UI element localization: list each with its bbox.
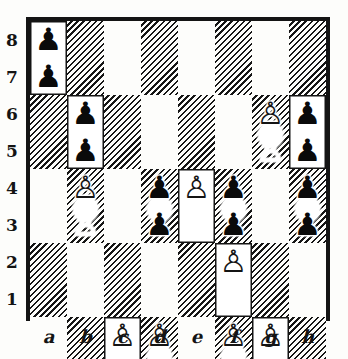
square-b3[interactable] [67,243,104,317]
black-pawn: ♟ [141,169,178,243]
rank-labels: 87654321 [1,21,23,317]
square-e6[interactable] [178,21,215,95]
file-label-h: h [289,326,326,354]
rank-label-1: 1 [1,280,23,317]
file-label-d: d [141,326,178,354]
square-e5[interactable] [178,95,215,169]
square-g5[interactable]: ♙ [252,95,289,169]
rank-label-5: 5 [1,132,23,169]
chess-diagram-page: 87654321 ♟♟♙♟♙♟♙♟♟♙♙♙♙♙ abcdefgh [0,0,348,359]
black-pawn: ♟ [289,169,326,243]
black-pawn: ♟ [30,21,67,95]
white-pawn: ♙ [67,169,104,243]
rank-label-6: 6 [1,95,23,132]
square-a6[interactable]: ♟ [30,21,67,95]
square-b6[interactable] [67,21,104,95]
square-c5[interactable] [104,95,141,169]
square-d3[interactable] [141,243,178,317]
square-e3[interactable] [178,243,215,317]
square-f3[interactable]: ♙ [215,243,252,317]
square-b5[interactable]: ♟ [67,95,104,169]
square-d4[interactable]: ♟ [141,169,178,243]
white-pawn: ♙ [215,243,252,317]
file-label-e: e [178,326,215,354]
square-h5[interactable]: ♟ [289,95,326,169]
file-label-g: g [252,326,289,354]
rank-label-2: 2 [1,243,23,280]
square-h3[interactable] [289,243,326,317]
file-label-b: b [67,326,104,354]
file-label-a: a [30,326,67,354]
black-pawn: ♟ [67,95,104,169]
square-h4[interactable]: ♟ [289,169,326,243]
square-g6[interactable] [252,21,289,95]
file-label-c: c [104,326,141,354]
square-f4[interactable]: ♟ [215,169,252,243]
black-pawn: ♟ [289,95,326,169]
square-c3[interactable] [104,243,141,317]
chess-board: ♟♟♙♟♙♟♙♟♟♙♙♙♙♙ [26,17,330,321]
square-d6[interactable] [141,21,178,95]
file-label-f: f [215,326,252,354]
square-a5[interactable] [30,95,67,169]
rank-label-3: 3 [1,206,23,243]
square-d5[interactable] [141,95,178,169]
white-pawn: ♙ [252,95,289,169]
rank-label-7: 7 [1,58,23,95]
square-a4[interactable] [30,169,67,243]
square-g3[interactable] [252,243,289,317]
square-e4[interactable]: ♙ [178,169,215,243]
rank-label-4: 4 [1,169,23,206]
square-f5[interactable] [215,95,252,169]
file-labels: abcdefgh [30,326,326,354]
black-pawn: ♟ [215,169,252,243]
square-h6[interactable] [289,21,326,95]
square-c4[interactable] [104,169,141,243]
square-a3[interactable] [30,243,67,317]
square-g4[interactable] [252,169,289,243]
white-pawn: ♙ [178,169,215,243]
square-b4[interactable]: ♙ [67,169,104,243]
square-c6[interactable] [104,21,141,95]
square-f6[interactable] [215,21,252,95]
rank-label-8: 8 [1,21,23,58]
